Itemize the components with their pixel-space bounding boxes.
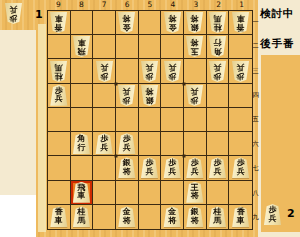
square-7-1[interactable] <box>93 11 116 35</box>
square-3-1[interactable]: 銀将 <box>184 11 207 35</box>
status-analyzing-label: 検討中 <box>260 7 295 21</box>
square-9-2[interactable] <box>48 35 71 59</box>
sente-piece[interactable]: 銀将 <box>185 206 204 227</box>
rank-label-8: 八 <box>253 181 259 205</box>
square-4-7[interactable]: 歩兵 <box>161 156 184 180</box>
gote-piece[interactable]: 歩兵 <box>95 61 114 82</box>
square-3-8[interactable]: 王将 <box>184 181 207 205</box>
square-4-5[interactable] <box>161 108 184 132</box>
square-1-1[interactable]: 香車 <box>229 11 252 35</box>
square-2-4[interactable] <box>207 84 230 108</box>
gote-piece[interactable]: 飛車 <box>72 36 91 57</box>
square-1-5[interactable] <box>229 108 252 132</box>
square-6-2[interactable] <box>116 35 139 59</box>
square-8-6[interactable]: 角行 <box>71 132 94 156</box>
file-label-3: 3 <box>184 0 207 10</box>
square-9-1[interactable]: 香車 <box>48 11 71 35</box>
square-1-7[interactable]: 歩兵 <box>229 156 252 180</box>
rank-label-9: 九 <box>253 206 259 230</box>
gote-piece[interactable]: 金将 <box>163 12 182 33</box>
square-2-2[interactable]: 角行 <box>207 35 230 59</box>
gote-piece[interactable]: 歩兵 <box>163 61 182 82</box>
sente-piece[interactable]: 香車 <box>231 206 250 227</box>
gote-piece[interactable]: 桂馬 <box>208 12 227 33</box>
square-1-9[interactable]: 香車 <box>229 205 252 229</box>
right-hand-area <box>261 55 300 232</box>
shogi-board: 香車金将金将銀将桂馬香車飛車玉将角行桂馬歩兵歩兵歩兵歩兵歩兵歩兵歩兵銀将歩兵角行… <box>47 10 253 230</box>
square-1-2[interactable] <box>229 35 252 59</box>
square-6-4[interactable]: 歩兵 <box>116 84 139 108</box>
square-9-4[interactable]: 歩兵 <box>48 84 71 108</box>
sente-piece[interactable]: 香車 <box>49 206 68 227</box>
square-7-7[interactable] <box>93 156 116 180</box>
gote-piece[interactable]: 香車 <box>49 12 68 33</box>
rank-label-3: 三 <box>253 59 259 83</box>
rank-labels: 一二三四五六七八九 <box>253 10 259 230</box>
square-3-9[interactable]: 銀将 <box>184 205 207 229</box>
square-8-7[interactable] <box>71 156 94 180</box>
sente-piece[interactable]: 歩兵 <box>185 157 204 178</box>
square-6-5[interactable] <box>116 108 139 132</box>
gote-piece[interactable]: 香車 <box>231 12 250 33</box>
sente-piece[interactable]: 歩兵 <box>140 157 159 178</box>
square-1-4[interactable] <box>229 84 252 108</box>
square-7-8[interactable] <box>93 181 116 205</box>
file-label-9: 9 <box>47 0 70 10</box>
square-7-5[interactable] <box>93 108 116 132</box>
square-9-3[interactable]: 桂馬 <box>48 59 71 83</box>
rank-label-5: 五 <box>253 108 259 132</box>
sente-piece[interactable]: 角行 <box>72 133 91 154</box>
left-bottom-panel <box>0 195 36 237</box>
square-2-9[interactable]: 桂馬 <box>207 205 230 229</box>
square-8-1[interactable] <box>71 11 94 35</box>
square-7-2[interactable] <box>93 35 116 59</box>
left-panel <box>0 30 36 195</box>
square-1-6[interactable] <box>229 132 252 156</box>
rank-label-1: 一 <box>253 10 259 34</box>
square-2-8[interactable] <box>207 181 230 205</box>
square-6-1[interactable]: 金将 <box>116 11 139 35</box>
file-label-5: 5 <box>139 0 162 10</box>
square-1-3[interactable]: 歩兵 <box>229 59 252 83</box>
square-5-2[interactable] <box>139 35 162 59</box>
sente-piece[interactable]: 桂馬 <box>72 206 91 227</box>
square-5-1[interactable] <box>139 11 162 35</box>
square-8-4[interactable] <box>71 84 94 108</box>
sente-piece[interactable]: 銀将 <box>117 157 136 178</box>
square-4-3[interactable]: 歩兵 <box>161 59 184 83</box>
gote-piece[interactable]: 銀将 <box>185 12 204 33</box>
square-5-3[interactable]: 歩兵 <box>139 59 162 83</box>
gote-piece[interactable]: 銀将 <box>140 85 159 106</box>
turn-indicator-label: 後手番 <box>260 37 295 51</box>
square-9-7[interactable] <box>48 156 71 180</box>
gote-piece[interactable]: 桂馬 <box>49 61 68 82</box>
square-2-3[interactable]: 歩兵 <box>207 59 230 83</box>
gote-hand-piece-pawn[interactable]: 歩兵 <box>4 3 23 24</box>
square-8-2[interactable]: 飛車 <box>71 35 94 59</box>
square-9-5[interactable] <box>48 108 71 132</box>
sente-piece[interactable]: 飛車 <box>72 182 91 203</box>
square-5-4[interactable]: 銀将 <box>139 84 162 108</box>
shogi-app: 検討中 後手番 987654321 一二三四五六七八九 香車金将金将銀将桂馬香車… <box>0 0 300 237</box>
square-4-1[interactable]: 金将 <box>161 11 184 35</box>
square-5-6[interactable] <box>139 132 162 156</box>
rank-label-7: 七 <box>253 157 259 181</box>
square-6-8[interactable] <box>116 181 139 205</box>
square-9-8[interactable] <box>48 181 71 205</box>
square-3-4[interactable]: 歩兵 <box>184 84 207 108</box>
file-label-4: 4 <box>161 0 184 10</box>
square-6-6[interactable]: 歩兵 <box>116 132 139 156</box>
file-label-6: 6 <box>116 0 139 10</box>
square-5-7[interactable]: 歩兵 <box>139 156 162 180</box>
file-label-2: 2 <box>207 0 230 10</box>
gote-piece[interactable]: 金将 <box>117 12 136 33</box>
gote-hand-count: 1 <box>35 8 43 21</box>
left-light-strip <box>38 24 46 232</box>
sente-piece[interactable]: 歩兵 <box>49 85 68 106</box>
square-3-3[interactable] <box>184 59 207 83</box>
sente-piece[interactable]: 歩兵 <box>231 157 250 178</box>
square-9-9[interactable]: 香車 <box>48 205 71 229</box>
square-2-6[interactable] <box>207 132 230 156</box>
gote-piece[interactable]: 歩兵 <box>231 61 250 82</box>
sente-piece[interactable]: 桂馬 <box>208 206 227 227</box>
sente-hand-count: 2 <box>287 207 295 220</box>
square-6-9[interactable]: 金将 <box>116 205 139 229</box>
square-4-4[interactable] <box>161 84 184 108</box>
square-2-5[interactable] <box>207 108 230 132</box>
square-3-5[interactable] <box>184 108 207 132</box>
file-label-1: 1 <box>230 0 253 10</box>
gote-piece[interactable]: 歩兵 <box>117 85 136 106</box>
square-4-8[interactable] <box>161 181 184 205</box>
gote-piece[interactable]: 玉将 <box>185 36 204 57</box>
square-3-6[interactable] <box>184 132 207 156</box>
rank-label-6: 六 <box>253 132 259 156</box>
square-7-3[interactable]: 歩兵 <box>93 59 116 83</box>
square-4-2[interactable] <box>161 35 184 59</box>
sente-piece[interactable]: 歩兵 <box>95 133 114 154</box>
sente-piece[interactable]: 王将 <box>185 182 204 203</box>
square-8-9[interactable]: 桂馬 <box>71 205 94 229</box>
square-7-9[interactable] <box>93 205 116 229</box>
square-7-6[interactable]: 歩兵 <box>93 132 116 156</box>
square-6-7[interactable]: 銀将 <box>116 156 139 180</box>
square-8-3[interactable] <box>71 59 94 83</box>
file-label-7: 7 <box>93 0 116 10</box>
gote-piece[interactable]: 角行 <box>208 36 227 57</box>
square-5-5[interactable] <box>139 108 162 132</box>
rank-label-4: 四 <box>253 83 259 107</box>
sente-piece[interactable]: 歩兵 <box>208 157 227 178</box>
square-8-8[interactable]: 飛車 <box>71 181 94 205</box>
square-1-8[interactable] <box>229 181 252 205</box>
square-3-2[interactable]: 玉将 <box>184 35 207 59</box>
square-9-6[interactable] <box>48 132 71 156</box>
square-8-5[interactable] <box>71 108 94 132</box>
square-4-9[interactable]: 金将 <box>161 205 184 229</box>
sente-piece[interactable]: 歩兵 <box>117 133 136 154</box>
square-5-8[interactable] <box>139 181 162 205</box>
file-labels: 987654321 <box>47 0 253 10</box>
square-3-7[interactable]: 歩兵 <box>184 156 207 180</box>
gote-piece[interactable]: 歩兵 <box>185 85 204 106</box>
square-4-6[interactable] <box>161 132 184 156</box>
rank-label-2: 二 <box>253 34 259 58</box>
square-6-3[interactable] <box>116 59 139 83</box>
sente-piece[interactable]: 金将 <box>117 206 136 227</box>
sente-piece[interactable]: 歩兵 <box>163 157 182 178</box>
square-2-1[interactable]: 桂馬 <box>207 11 230 35</box>
square-2-7[interactable]: 歩兵 <box>207 156 230 180</box>
square-5-9[interactable] <box>139 205 162 229</box>
square-7-4[interactable] <box>93 84 116 108</box>
gote-piece[interactable]: 歩兵 <box>140 61 159 82</box>
gote-piece[interactable]: 歩兵 <box>208 61 227 82</box>
file-label-8: 8 <box>70 0 93 10</box>
sente-piece[interactable]: 金将 <box>163 206 182 227</box>
